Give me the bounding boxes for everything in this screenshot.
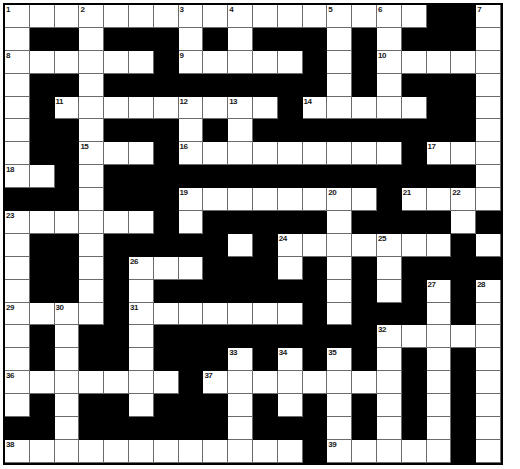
black-cell xyxy=(377,211,402,234)
grid-cell[interactable] xyxy=(228,51,253,74)
grid-cell[interactable] xyxy=(278,371,303,394)
grid-cell[interactable] xyxy=(228,303,253,326)
grid-cell[interactable]: 6 xyxy=(377,5,402,28)
grid-cell[interactable] xyxy=(476,440,501,463)
grid-cell[interactable] xyxy=(129,142,154,165)
clue-number: 8 xyxy=(6,51,10,60)
grid-cell[interactable] xyxy=(451,211,476,234)
grid-cell[interactable] xyxy=(476,188,501,211)
grid-cell[interactable] xyxy=(402,234,427,257)
black-cell xyxy=(303,348,328,371)
clue-number: 21 xyxy=(403,188,411,197)
grid-cell[interactable] xyxy=(476,371,501,394)
grid-cell[interactable] xyxy=(154,440,179,463)
grid-cell[interactable] xyxy=(79,234,104,257)
grid-cell[interactable] xyxy=(476,51,501,74)
grid-cell[interactable] xyxy=(327,211,352,234)
grid-cell[interactable] xyxy=(129,5,154,28)
black-cell xyxy=(352,417,377,440)
grid-cell[interactable] xyxy=(129,371,154,394)
black-cell xyxy=(303,165,328,188)
grid-cell[interactable]: 18 xyxy=(5,165,30,188)
grid-cell[interactable]: 26 xyxy=(129,257,154,280)
grid-cell[interactable] xyxy=(352,97,377,120)
grid-cell[interactable] xyxy=(228,119,253,142)
black-cell xyxy=(303,28,328,51)
grid-cell[interactable] xyxy=(30,165,55,188)
grid-cell[interactable] xyxy=(79,51,104,74)
crossword-board: 1234567891011121314151617181920212223242… xyxy=(3,3,503,465)
black-cell xyxy=(129,119,154,142)
clue-number: 19 xyxy=(180,188,188,197)
grid-cell[interactable] xyxy=(352,440,377,463)
grid-cell[interactable] xyxy=(79,28,104,51)
grid-cell[interactable] xyxy=(278,188,303,211)
grid-cell[interactable] xyxy=(476,417,501,440)
grid-cell[interactable]: 25 xyxy=(377,234,402,257)
grid-cell[interactable] xyxy=(303,188,328,211)
black-cell xyxy=(129,188,154,211)
grid-cell[interactable] xyxy=(352,188,377,211)
grid-cell[interactable] xyxy=(5,234,30,257)
black-cell xyxy=(55,142,80,165)
black-cell xyxy=(179,417,204,440)
grid-cell[interactable]: 1 xyxy=(5,5,30,28)
grid-cell[interactable] xyxy=(129,97,154,120)
black-cell xyxy=(5,417,30,440)
black-cell xyxy=(451,97,476,120)
grid-cell[interactable] xyxy=(303,234,328,257)
grid-cell[interactable] xyxy=(278,394,303,417)
black-cell xyxy=(104,348,129,371)
grid-cell[interactable] xyxy=(129,394,154,417)
grid-cell[interactable] xyxy=(303,371,328,394)
grid-cell[interactable] xyxy=(30,211,55,234)
grid-cell[interactable]: 27 xyxy=(427,280,452,303)
grid-cell[interactable] xyxy=(377,142,402,165)
grid-cell[interactable] xyxy=(5,280,30,303)
grid-cell[interactable] xyxy=(5,74,30,97)
grid-cell[interactable] xyxy=(427,51,452,74)
black-cell xyxy=(104,417,129,440)
grid-cell[interactable] xyxy=(476,28,501,51)
grid-cell[interactable] xyxy=(327,234,352,257)
grid-cell[interactable] xyxy=(30,371,55,394)
grid-cell[interactable] xyxy=(451,51,476,74)
black-cell xyxy=(402,142,427,165)
grid-cell[interactable]: 38 xyxy=(5,440,30,463)
grid-cell[interactable] xyxy=(5,97,30,120)
grid-cell[interactable] xyxy=(303,5,328,28)
grid-cell[interactable] xyxy=(303,142,328,165)
grid-cell[interactable] xyxy=(278,257,303,280)
black-cell xyxy=(154,188,179,211)
grid-cell[interactable]: 11 xyxy=(55,97,80,120)
grid-cell[interactable]: 39 xyxy=(327,440,352,463)
grid-cell[interactable] xyxy=(278,142,303,165)
black-cell xyxy=(451,257,476,280)
grid-cell[interactable] xyxy=(79,257,104,280)
black-cell xyxy=(352,257,377,280)
grid-cell[interactable] xyxy=(377,28,402,51)
black-cell xyxy=(352,348,377,371)
grid-cell[interactable] xyxy=(55,394,80,417)
grid-cell[interactable]: 33 xyxy=(228,348,253,371)
black-cell xyxy=(278,74,303,97)
grid-cell[interactable]: 3 xyxy=(179,5,204,28)
grid-cell[interactable] xyxy=(427,371,452,394)
black-cell xyxy=(451,28,476,51)
black-cell xyxy=(55,74,80,97)
grid-cell[interactable] xyxy=(104,97,129,120)
grid-cell[interactable] xyxy=(451,325,476,348)
grid-cell[interactable] xyxy=(154,371,179,394)
grid-cell[interactable] xyxy=(228,234,253,257)
grid-cell[interactable]: 16 xyxy=(179,142,204,165)
grid-cell[interactable]: 23 xyxy=(5,211,30,234)
grid-cell[interactable] xyxy=(55,417,80,440)
grid-cell[interactable]: 29 xyxy=(5,303,30,326)
black-cell xyxy=(377,119,402,142)
grid-cell[interactable]: 37 xyxy=(203,371,228,394)
grid-cell[interactable] xyxy=(377,371,402,394)
black-cell xyxy=(427,165,452,188)
black-cell xyxy=(104,119,129,142)
black-cell xyxy=(55,28,80,51)
grid-cell[interactable] xyxy=(79,280,104,303)
grid-cell[interactable] xyxy=(154,257,179,280)
grid-cell[interactable] xyxy=(278,5,303,28)
grid-cell[interactable] xyxy=(352,5,377,28)
grid-cell[interactable] xyxy=(327,280,352,303)
black-cell xyxy=(55,165,80,188)
grid-cell[interactable] xyxy=(352,234,377,257)
black-cell xyxy=(30,142,55,165)
black-cell xyxy=(451,165,476,188)
grid-cell[interactable] xyxy=(377,74,402,97)
grid-cell[interactable] xyxy=(476,97,501,120)
grid-cell[interactable] xyxy=(253,97,278,120)
grid-cell[interactable]: 22 xyxy=(451,188,476,211)
black-cell xyxy=(427,119,452,142)
grid-cell[interactable] xyxy=(30,51,55,74)
black-cell xyxy=(427,5,452,28)
grid-cell[interactable]: 30 xyxy=(55,303,80,326)
grid-cell[interactable] xyxy=(5,325,30,348)
black-cell xyxy=(427,257,452,280)
grid-cell[interactable] xyxy=(179,211,204,234)
grid-cell[interactable] xyxy=(278,51,303,74)
grid-cell[interactable] xyxy=(79,371,104,394)
grid-cell[interactable]: 32 xyxy=(377,325,402,348)
grid-cell[interactable] xyxy=(5,257,30,280)
black-cell xyxy=(55,234,80,257)
grid-cell[interactable] xyxy=(253,440,278,463)
grid-cell[interactable] xyxy=(154,97,179,120)
grid-cell[interactable]: 14 xyxy=(303,97,328,120)
grid-cell[interactable] xyxy=(327,257,352,280)
grid-cell[interactable]: 31 xyxy=(129,303,154,326)
grid-cell[interactable] xyxy=(203,440,228,463)
grid-cell[interactable] xyxy=(203,142,228,165)
grid-cell[interactable] xyxy=(104,51,129,74)
grid-cell[interactable] xyxy=(278,440,303,463)
grid-cell[interactable] xyxy=(402,51,427,74)
grid-cell[interactable] xyxy=(352,142,377,165)
grid-cell[interactable] xyxy=(476,303,501,326)
grid-cell[interactable] xyxy=(179,119,204,142)
grid-cell[interactable]: 10 xyxy=(377,51,402,74)
black-cell xyxy=(402,119,427,142)
grid-cell[interactable] xyxy=(79,97,104,120)
grid-cell[interactable] xyxy=(55,211,80,234)
grid-cell[interactable] xyxy=(427,348,452,371)
black-cell xyxy=(253,28,278,51)
black-cell xyxy=(253,280,278,303)
grid-cell[interactable] xyxy=(79,188,104,211)
black-cell xyxy=(30,97,55,120)
grid-cell[interactable] xyxy=(327,97,352,120)
grid-cell[interactable] xyxy=(55,348,80,371)
black-cell xyxy=(179,348,204,371)
grid-cell[interactable] xyxy=(30,303,55,326)
black-cell xyxy=(377,165,402,188)
grid-cell[interactable] xyxy=(253,371,278,394)
grid-cell[interactable] xyxy=(476,74,501,97)
grid-cell[interactable] xyxy=(451,142,476,165)
black-cell xyxy=(253,74,278,97)
grid-cell[interactable]: 17 xyxy=(427,142,452,165)
grid-cell[interactable]: 35 xyxy=(327,348,352,371)
grid-cell[interactable] xyxy=(104,371,129,394)
grid-cell[interactable] xyxy=(228,394,253,417)
black-cell xyxy=(303,280,328,303)
black-cell xyxy=(303,211,328,234)
grid-cell[interactable] xyxy=(476,234,501,257)
black-cell xyxy=(303,257,328,280)
grid-cell[interactable]: 8 xyxy=(5,51,30,74)
grid-cell[interactable] xyxy=(427,188,452,211)
grid-cell[interactable] xyxy=(30,440,55,463)
grid-cell[interactable] xyxy=(79,74,104,97)
grid-cell[interactable] xyxy=(79,440,104,463)
grid-cell[interactable] xyxy=(377,417,402,440)
grid-cell[interactable] xyxy=(327,142,352,165)
grid-cell[interactable] xyxy=(377,440,402,463)
black-cell xyxy=(402,348,427,371)
grid-cell[interactable] xyxy=(377,348,402,371)
black-cell xyxy=(427,28,452,51)
grid-cell[interactable] xyxy=(327,51,352,74)
grid-cell[interactable] xyxy=(179,257,204,280)
grid-cell[interactable] xyxy=(129,325,154,348)
grid-cell[interactable] xyxy=(179,303,204,326)
clue-number: 17 xyxy=(428,142,436,151)
grid-cell[interactable] xyxy=(377,394,402,417)
grid-cell[interactable] xyxy=(5,348,30,371)
grid-cell[interactable] xyxy=(129,280,154,303)
grid-cell[interactable] xyxy=(253,5,278,28)
black-cell xyxy=(451,371,476,394)
black-cell xyxy=(303,394,328,417)
grid-cell[interactable] xyxy=(402,97,427,120)
black-cell xyxy=(179,165,204,188)
grid-cell[interactable] xyxy=(104,142,129,165)
black-cell xyxy=(30,280,55,303)
black-cell xyxy=(278,325,303,348)
grid-cell[interactable] xyxy=(327,74,352,97)
grid-cell[interactable] xyxy=(476,394,501,417)
grid-cell[interactable] xyxy=(5,28,30,51)
grid-cell[interactable] xyxy=(352,371,377,394)
grid-cell[interactable] xyxy=(179,28,204,51)
black-cell xyxy=(30,188,55,211)
grid-cell[interactable] xyxy=(5,119,30,142)
grid-cell[interactable] xyxy=(79,119,104,142)
grid-cell[interactable]: 2 xyxy=(79,5,104,28)
grid-cell[interactable]: 9 xyxy=(179,51,204,74)
grid-cell[interactable] xyxy=(327,394,352,417)
grid-cell[interactable] xyxy=(228,371,253,394)
grid-cell[interactable]: 28 xyxy=(476,280,501,303)
grid-cell[interactable] xyxy=(203,5,228,28)
grid-cell[interactable] xyxy=(55,440,80,463)
black-cell xyxy=(451,394,476,417)
grid-cell[interactable] xyxy=(327,371,352,394)
grid-cell[interactable]: 12 xyxy=(179,97,204,120)
grid-cell[interactable] xyxy=(253,142,278,165)
clue-number: 7 xyxy=(477,5,481,14)
grid-cell[interactable]: 21 xyxy=(402,188,427,211)
black-cell xyxy=(203,74,228,97)
grid-cell[interactable]: 36 xyxy=(5,371,30,394)
grid-cell[interactable] xyxy=(377,257,402,280)
grid-cell[interactable] xyxy=(327,303,352,326)
grid-cell[interactable] xyxy=(377,280,402,303)
black-cell xyxy=(5,188,30,211)
grid-cell[interactable] xyxy=(253,188,278,211)
black-cell xyxy=(154,348,179,371)
grid-cell[interactable]: 7 xyxy=(476,5,501,28)
black-cell xyxy=(303,440,328,463)
clue-number: 37 xyxy=(204,371,212,380)
grid-cell[interactable] xyxy=(55,325,80,348)
grid-cell[interactable] xyxy=(427,303,452,326)
grid-cell[interactable] xyxy=(253,51,278,74)
grid-cell[interactable] xyxy=(228,28,253,51)
clue-number: 24 xyxy=(279,234,287,243)
grid-cell[interactable] xyxy=(129,440,154,463)
grid-cell[interactable] xyxy=(278,303,303,326)
black-cell xyxy=(427,211,452,234)
grid-cell[interactable]: 15 xyxy=(79,142,104,165)
black-cell xyxy=(203,211,228,234)
grid-cell[interactable]: 24 xyxy=(278,234,303,257)
black-cell xyxy=(228,257,253,280)
black-cell xyxy=(402,280,427,303)
grid-cell[interactable] xyxy=(79,165,104,188)
grid-cell[interactable] xyxy=(203,188,228,211)
black-cell xyxy=(451,234,476,257)
black-cell xyxy=(203,165,228,188)
grid-cell[interactable]: 13 xyxy=(228,97,253,120)
grid-cell[interactable] xyxy=(427,440,452,463)
grid-cell[interactable] xyxy=(228,142,253,165)
grid-cell[interactable] xyxy=(104,5,129,28)
grid-cell[interactable] xyxy=(228,188,253,211)
black-cell xyxy=(129,234,154,257)
grid-cell[interactable] xyxy=(476,165,501,188)
grid-cell[interactable] xyxy=(476,348,501,371)
black-cell xyxy=(228,165,253,188)
grid-cell[interactable] xyxy=(203,97,228,120)
grid-cell[interactable] xyxy=(427,417,452,440)
grid-cell[interactable] xyxy=(154,5,179,28)
grid-cell[interactable] xyxy=(377,97,402,120)
grid-cell[interactable]: 19 xyxy=(179,188,204,211)
grid-cell[interactable]: 20 xyxy=(327,188,352,211)
grid-cell[interactable] xyxy=(402,325,427,348)
black-cell xyxy=(79,394,104,417)
black-cell xyxy=(451,303,476,326)
grid-cell[interactable]: 4 xyxy=(228,5,253,28)
grid-cell[interactable] xyxy=(427,394,452,417)
black-cell xyxy=(451,417,476,440)
grid-cell[interactable] xyxy=(55,5,80,28)
grid-cell[interactable] xyxy=(79,303,104,326)
grid-cell[interactable] xyxy=(228,440,253,463)
grid-cell[interactable] xyxy=(129,348,154,371)
grid-cell[interactable] xyxy=(55,371,80,394)
grid-cell[interactable] xyxy=(476,119,501,142)
grid-cell[interactable] xyxy=(327,417,352,440)
grid-cell[interactable] xyxy=(129,51,154,74)
grid-cell[interactable] xyxy=(228,417,253,440)
grid-cell[interactable] xyxy=(402,5,427,28)
black-cell xyxy=(253,119,278,142)
grid-cell[interactable] xyxy=(427,325,452,348)
grid-cell[interactable] xyxy=(30,5,55,28)
black-cell xyxy=(253,257,278,280)
grid-cell[interactable] xyxy=(79,211,104,234)
grid-cell[interactable] xyxy=(55,51,80,74)
grid-cell[interactable] xyxy=(5,394,30,417)
black-cell xyxy=(203,348,228,371)
grid-cell[interactable] xyxy=(427,234,452,257)
black-cell xyxy=(154,325,179,348)
black-cell xyxy=(30,417,55,440)
black-cell xyxy=(203,417,228,440)
grid-cell[interactable] xyxy=(327,28,352,51)
grid-cell[interactable] xyxy=(476,325,501,348)
clue-number: 12 xyxy=(180,97,188,106)
grid-cell[interactable] xyxy=(179,440,204,463)
grid-cell[interactable] xyxy=(5,142,30,165)
grid-cell[interactable] xyxy=(476,142,501,165)
grid-cell[interactable] xyxy=(104,440,129,463)
grid-cell[interactable] xyxy=(104,211,129,234)
grid-cell[interactable] xyxy=(203,303,228,326)
grid-cell[interactable] xyxy=(253,303,278,326)
grid-cell[interactable]: 5 xyxy=(327,5,352,28)
clue-number: 9 xyxy=(180,51,184,60)
grid-cell[interactable] xyxy=(129,211,154,234)
grid-cell[interactable] xyxy=(203,51,228,74)
grid-cell[interactable] xyxy=(402,440,427,463)
grid-cell[interactable]: 34 xyxy=(278,348,303,371)
clue-number: 22 xyxy=(452,188,460,197)
grid-cell[interactable] xyxy=(154,303,179,326)
